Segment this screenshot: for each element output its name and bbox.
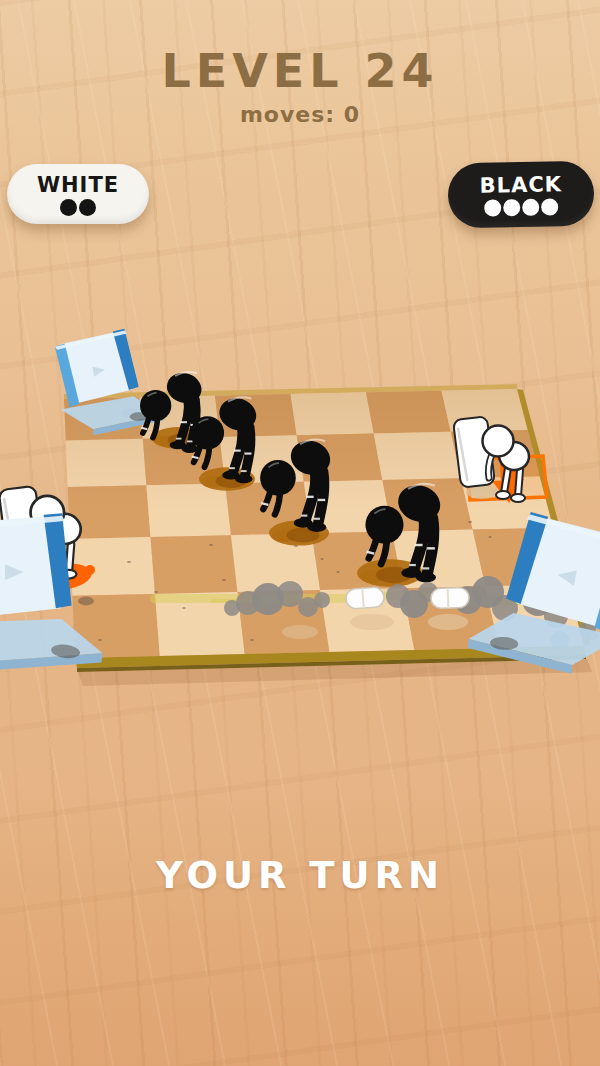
capsule: [431, 587, 470, 608]
dirt-spot: [250, 639, 254, 641]
dirt-spot: [468, 521, 472, 523]
worn-patch: [350, 614, 394, 630]
dirt-spot: [209, 544, 213, 546]
capsule: [345, 587, 384, 610]
dirt-spot: [488, 536, 491, 538]
dirt-spot: [182, 607, 185, 609]
dirt-spot: [127, 561, 131, 563]
dirt-spot: [154, 591, 158, 593]
dirt-spot: [320, 558, 323, 560]
game-screen: LEVEL 24 moves: 0 WHITE BLACK: [0, 0, 600, 1066]
turn-status-message: YOUR TURN: [0, 854, 600, 897]
smoke-puff: [314, 592, 330, 608]
dirt-spot: [78, 597, 94, 606]
dirt-spot: [98, 639, 102, 641]
worn-patch: [282, 625, 318, 639]
worn-patch: [428, 614, 468, 630]
game-board[interactable]: [0, 0, 600, 1066]
dirt-spot: [222, 579, 226, 581]
dirt-spot: [336, 571, 339, 573]
